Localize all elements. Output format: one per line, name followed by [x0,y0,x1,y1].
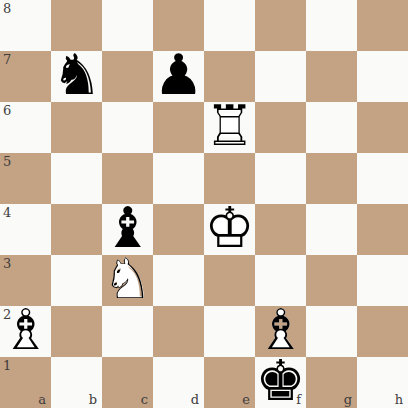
piece-black-king-f1[interactable]: ♚ [255,353,305,408]
rank-label-7: 7 [3,53,11,66]
square-e8[interactable] [204,0,255,51]
square-h6[interactable] [357,102,408,153]
rank-label-4: 4 [3,206,11,219]
square-a8[interactable]: 8 [0,0,51,51]
square-g4[interactable] [306,204,357,255]
black-knight-glyph: ♞ [51,47,101,103]
rank-label-3: 3 [3,257,11,270]
square-a4[interactable]: 4 [0,204,51,255]
square-a6[interactable]: 6 [0,102,51,153]
square-f8[interactable] [255,0,306,51]
square-c6[interactable] [102,102,153,153]
rank-label-6: 6 [3,104,11,117]
piece-white-knight-c3[interactable]: ♞♘ [102,251,152,307]
square-d3[interactable] [153,255,204,306]
square-b7[interactable]: ♞ [51,51,102,102]
square-h4[interactable] [357,204,408,255]
chess-board-container: 87♞♟6♜♖54♝♚♔3♞♘2♝♗♝♗1abcdef♚gh [0,0,408,408]
square-d1[interactable]: d [153,357,204,408]
white-rook-outline-glyph: ♖ [204,98,254,154]
square-e1[interactable]: e [204,357,255,408]
square-a5[interactable]: 5 [0,153,51,204]
square-b5[interactable] [51,153,102,204]
square-g6[interactable] [306,102,357,153]
file-label-a: a [38,393,46,406]
square-e4[interactable]: ♚♔ [204,204,255,255]
piece-white-rook-e6[interactable]: ♜♖ [204,98,254,154]
rank-label-1: 1 [3,359,11,372]
black-king-glyph: ♚ [255,353,305,408]
square-e2[interactable] [204,306,255,357]
piece-black-pawn-d7[interactable]: ♟ [153,47,203,103]
black-pawn-glyph: ♟ [153,47,203,103]
square-b1[interactable]: b [51,357,102,408]
square-g1[interactable]: g [306,357,357,408]
square-f7[interactable] [255,51,306,102]
square-b4[interactable] [51,204,102,255]
square-h5[interactable] [357,153,408,204]
square-b3[interactable] [51,255,102,306]
file-label-d: d [191,393,199,406]
square-f6[interactable] [255,102,306,153]
square-d6[interactable] [153,102,204,153]
square-g2[interactable] [306,306,357,357]
square-e3[interactable] [204,255,255,306]
white-bishop-outline-glyph: ♗ [0,302,50,358]
square-g7[interactable] [306,51,357,102]
piece-black-knight-b7[interactable]: ♞ [51,47,101,103]
square-c1[interactable]: c [102,357,153,408]
square-c8[interactable] [102,0,153,51]
white-king-outline-glyph: ♔ [204,200,254,256]
square-c3[interactable]: ♞♘ [102,255,153,306]
square-g3[interactable] [306,255,357,306]
piece-white-bishop-a2[interactable]: ♝♗ [0,302,50,358]
file-label-c: c [141,393,148,406]
rank-label-5: 5 [3,155,11,168]
square-a7[interactable]: 7 [0,51,51,102]
square-e6[interactable]: ♜♖ [204,102,255,153]
square-b2[interactable] [51,306,102,357]
square-f5[interactable] [255,153,306,204]
square-f1[interactable]: f♚ [255,357,306,408]
rank-label-8: 8 [3,2,11,15]
square-h1[interactable]: h [357,357,408,408]
square-c7[interactable] [102,51,153,102]
file-label-h: h [395,393,403,406]
file-label-e: e [242,393,250,406]
piece-white-king-e4[interactable]: ♚♔ [204,200,254,256]
square-a2[interactable]: 2♝♗ [0,306,51,357]
square-d5[interactable] [153,153,204,204]
chess-board: 87♞♟6♜♖54♝♚♔3♞♘2♝♗♝♗1abcdef♚gh [0,0,408,408]
square-c2[interactable] [102,306,153,357]
square-f4[interactable] [255,204,306,255]
square-d2[interactable] [153,306,204,357]
file-label-g: g [344,393,352,406]
square-h8[interactable] [357,0,408,51]
file-label-b: b [89,393,97,406]
white-knight-outline-glyph: ♘ [102,251,152,307]
square-d7[interactable]: ♟ [153,51,204,102]
square-g5[interactable] [306,153,357,204]
square-b6[interactable] [51,102,102,153]
square-g8[interactable] [306,0,357,51]
square-h2[interactable] [357,306,408,357]
square-d4[interactable] [153,204,204,255]
square-a1[interactable]: 1a [0,357,51,408]
square-h7[interactable] [357,51,408,102]
square-h3[interactable] [357,255,408,306]
